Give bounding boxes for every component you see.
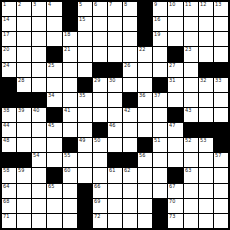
block-cell-r9c13 xyxy=(184,123,198,137)
cell-r4c11[interactable] xyxy=(153,47,167,61)
cell-r12c7[interactable] xyxy=(93,168,107,182)
cell-r4c10[interactable]: 22 xyxy=(138,47,152,61)
cell-r11c15[interactable]: 57 xyxy=(214,153,228,167)
clue-number: 36 xyxy=(139,93,145,98)
clue-number: 26 xyxy=(124,63,130,68)
block-cell-r7c9 xyxy=(123,93,137,107)
cell-r13c12[interactable]: 67 xyxy=(168,184,182,198)
block-cell-r15c6 xyxy=(78,214,92,228)
cell-r4c5[interactable]: 21 xyxy=(63,47,77,61)
cell-r10c13[interactable]: 52 xyxy=(184,138,198,152)
cell-r5c4[interactable]: 25 xyxy=(47,63,61,77)
cell-r11c12[interactable] xyxy=(168,153,182,167)
cell-r14c12[interactable]: 70 xyxy=(168,199,182,213)
cell-r10c2[interactable] xyxy=(17,138,31,152)
clue-number: 50 xyxy=(94,138,100,143)
cell-r7c8[interactable] xyxy=(108,93,122,107)
cell-r9c5[interactable] xyxy=(63,123,77,137)
clue-number: 44 xyxy=(3,123,9,128)
block-cell-r6c11 xyxy=(153,78,167,92)
clue-number: 38 xyxy=(3,108,9,113)
clue-number: 1 xyxy=(3,2,6,7)
cell-r7c15[interactable] xyxy=(214,93,228,107)
clue-number: 54 xyxy=(33,153,39,158)
cell-r14c2[interactable] xyxy=(17,199,31,213)
cell-r11c10[interactable]: 56 xyxy=(138,153,152,167)
cell-r15c14[interactable] xyxy=(199,214,213,228)
clue-number: 4 xyxy=(48,2,51,7)
cell-r11c5[interactable]: 55 xyxy=(63,153,77,167)
cell-r9c1[interactable]: 44 xyxy=(2,123,16,137)
cell-r8c8[interactable] xyxy=(108,108,122,122)
cell-r14c7[interactable]: 69 xyxy=(93,199,107,213)
cell-r4c3[interactable] xyxy=(32,47,46,61)
cell-r10c6[interactable]: 49 xyxy=(78,138,92,152)
cell-r3c13[interactable] xyxy=(184,32,198,46)
block-cell-r14c6 xyxy=(78,199,92,213)
block-cell-r11c9 xyxy=(123,153,137,167)
cell-r15c7[interactable]: 72 xyxy=(93,214,107,228)
clue-number: 68 xyxy=(3,199,9,204)
cell-r5c9[interactable]: 26 xyxy=(123,63,137,77)
cell-r2c7[interactable] xyxy=(93,17,107,31)
block-cell-r10c5 xyxy=(63,138,77,152)
clue-number: 10 xyxy=(169,2,175,7)
clue-number: 37 xyxy=(154,93,160,98)
cell-r15c3[interactable] xyxy=(32,214,46,228)
clue-number: 30 xyxy=(109,78,115,83)
cell-r8c13[interactable]: 43 xyxy=(184,108,198,122)
clue-number: 49 xyxy=(79,138,85,143)
cell-r6c10[interactable] xyxy=(138,78,152,92)
cell-r2c3[interactable] xyxy=(32,17,46,31)
clue-number: 29 xyxy=(94,78,100,83)
cell-r15c5[interactable] xyxy=(63,214,77,228)
clue-number: 17 xyxy=(3,32,9,37)
cell-r1c8[interactable]: 7 xyxy=(108,2,122,16)
cell-r9c11[interactable] xyxy=(153,123,167,137)
cell-r14c5[interactable] xyxy=(63,199,77,213)
cell-r7c10[interactable]: 36 xyxy=(138,93,152,107)
cell-r2c15[interactable] xyxy=(214,17,228,31)
cell-r14c8[interactable] xyxy=(108,199,122,213)
clue-number: 12 xyxy=(200,2,206,7)
cell-r10c7[interactable]: 50 xyxy=(93,138,107,152)
cell-r12c15[interactable] xyxy=(214,168,228,182)
block-cell-r4c4 xyxy=(47,47,61,61)
cell-r13c9[interactable] xyxy=(123,184,137,198)
cell-r5c11[interactable] xyxy=(153,63,167,77)
block-cell-r5c15 xyxy=(214,63,228,77)
clue-number: 55 xyxy=(64,153,70,158)
cell-r7c14[interactable] xyxy=(199,93,213,107)
clue-number: 41 xyxy=(64,108,70,113)
cell-r12c5[interactable]: 60 xyxy=(63,168,77,182)
cell-r7c6[interactable]: 35 xyxy=(78,93,92,107)
cell-r2c12[interactable] xyxy=(168,17,182,31)
block-cell-r1c5 xyxy=(63,2,77,16)
clue-number: 52 xyxy=(185,138,191,143)
cell-r6c3[interactable] xyxy=(32,78,46,92)
clue-number: 28 xyxy=(18,78,24,83)
cell-r1c7[interactable]: 6 xyxy=(93,2,107,16)
cell-r8c1[interactable]: 38 xyxy=(2,108,16,122)
cell-r3c14[interactable] xyxy=(199,32,213,46)
cell-r4c2[interactable] xyxy=(17,47,31,61)
cell-r6c2[interactable]: 28 xyxy=(17,78,31,92)
block-cell-r8c4 xyxy=(47,108,61,122)
cell-r4c15[interactable] xyxy=(214,47,228,61)
clue-number: 65 xyxy=(48,184,54,189)
cell-r8c5[interactable]: 41 xyxy=(63,108,77,122)
cell-r3c1[interactable]: 17 xyxy=(2,32,16,46)
cell-r14c15[interactable] xyxy=(214,199,228,213)
cell-r12c11[interactable] xyxy=(153,168,167,182)
cell-r15c15[interactable] xyxy=(214,214,228,228)
clue-number: 63 xyxy=(185,168,191,173)
clue-number: 62 xyxy=(124,168,130,173)
block-cell-r9c7 xyxy=(93,123,107,137)
cell-r15c10[interactable] xyxy=(138,214,152,228)
cell-r7c13[interactable] xyxy=(184,93,198,107)
clue-number: 13 xyxy=(215,2,221,7)
cell-r4c9[interactable] xyxy=(123,47,137,61)
cell-r14c10[interactable] xyxy=(138,199,152,213)
block-cell-r12c12 xyxy=(168,168,182,182)
block-cell-r2c5 xyxy=(63,17,77,31)
cell-r2c1[interactable]: 14 xyxy=(2,17,16,31)
block-cell-r7c3 xyxy=(32,93,46,107)
cell-r13c13[interactable] xyxy=(184,184,198,198)
cell-r8c2[interactable]: 39 xyxy=(17,108,31,122)
cell-r11c4[interactable] xyxy=(47,153,61,167)
clue-number: 47 xyxy=(169,123,175,128)
cell-r1c12[interactable]: 10 xyxy=(168,2,182,16)
clue-number: 43 xyxy=(185,108,191,113)
cell-r14c14[interactable] xyxy=(199,199,213,213)
cell-r8c15[interactable] xyxy=(214,108,228,122)
cell-r11c6[interactable] xyxy=(78,153,92,167)
cell-r15c1[interactable]: 71 xyxy=(2,214,16,228)
clue-number: 70 xyxy=(169,199,175,204)
clue-number: 61 xyxy=(109,168,115,173)
cell-r2c13[interactable] xyxy=(184,17,198,31)
cell-r14c1[interactable]: 68 xyxy=(2,199,16,213)
cell-r9c12[interactable]: 47 xyxy=(168,123,182,137)
cell-r10c14[interactable]: 53 xyxy=(199,138,213,152)
block-cell-r6c1 xyxy=(2,78,16,92)
cell-r1c15[interactable]: 13 xyxy=(214,2,228,16)
clue-number: 7 xyxy=(109,2,112,7)
clue-number: 59 xyxy=(18,168,24,173)
clue-number: 64 xyxy=(3,184,9,189)
block-cell-r6c6 xyxy=(78,78,92,92)
cell-r8c6[interactable] xyxy=(78,108,92,122)
cell-r5c1[interactable]: 24 xyxy=(2,63,16,77)
cell-r8c14[interactable] xyxy=(199,108,213,122)
cell-r10c12[interactable] xyxy=(168,138,182,152)
cell-r5c12[interactable]: 27 xyxy=(168,63,182,77)
clue-number: 67 xyxy=(169,184,175,189)
cell-r13c7[interactable]: 66 xyxy=(93,184,107,198)
cell-r5c5[interactable] xyxy=(63,63,77,77)
block-cell-r9c15 xyxy=(214,123,228,137)
cell-r14c9[interactable] xyxy=(123,199,137,213)
clue-number: 20 xyxy=(3,47,9,52)
clue-number: 19 xyxy=(154,32,160,37)
cell-r15c8[interactable] xyxy=(108,214,122,228)
crossword-grid: 1234567891011121314151617181920212223242… xyxy=(0,0,230,230)
clue-number: 40 xyxy=(33,108,39,113)
clue-number: 31 xyxy=(169,78,175,83)
cell-r7c7[interactable] xyxy=(93,93,107,107)
clue-number: 42 xyxy=(124,108,130,113)
cell-r9c3[interactable] xyxy=(32,123,46,137)
block-cell-r14c11 xyxy=(153,199,167,213)
cell-r13c14[interactable] xyxy=(199,184,213,198)
cell-r4c7[interactable] xyxy=(93,47,107,61)
clue-number: 35 xyxy=(79,93,85,98)
cell-r6c13[interactable] xyxy=(184,78,198,92)
cell-r11c14[interactable] xyxy=(199,153,213,167)
cell-r12c9[interactable]: 62 xyxy=(123,168,137,182)
cell-r6c4[interactable] xyxy=(47,78,61,92)
clue-number: 2 xyxy=(18,2,21,7)
cell-r13c10[interactable] xyxy=(138,184,152,198)
clue-number: 60 xyxy=(64,168,70,173)
cell-r6c8[interactable]: 30 xyxy=(108,78,122,92)
cell-r1c11[interactable]: 9 xyxy=(153,2,167,16)
clue-number: 48 xyxy=(3,138,9,143)
cell-r6c15[interactable]: 33 xyxy=(214,78,228,92)
cell-r12c2[interactable]: 59 xyxy=(17,168,31,182)
block-cell-r8c12 xyxy=(168,108,182,122)
cell-r4c1[interactable]: 20 xyxy=(2,47,16,61)
block-cell-r11c1 xyxy=(2,153,16,167)
cell-r11c11[interactable] xyxy=(153,153,167,167)
clue-number: 15 xyxy=(79,17,85,22)
block-cell-r10c15 xyxy=(214,138,228,152)
block-cell-r5c7 xyxy=(93,63,107,77)
clue-number: 73 xyxy=(169,214,175,219)
cell-r14c3[interactable] xyxy=(32,199,46,213)
cell-r4c6[interactable] xyxy=(78,47,92,61)
cell-r6c14[interactable]: 32 xyxy=(199,78,213,92)
clue-number: 34 xyxy=(48,93,54,98)
clue-number: 18 xyxy=(64,32,70,37)
cell-r2c9[interactable] xyxy=(123,17,137,31)
block-cell-r7c1 xyxy=(2,93,16,107)
clue-number: 22 xyxy=(139,47,145,52)
block-cell-r15c11 xyxy=(153,214,167,228)
cell-r11c3[interactable]: 54 xyxy=(32,153,46,167)
cell-r10c4[interactable] xyxy=(47,138,61,152)
block-cell-r5c14 xyxy=(199,63,213,77)
cell-r12c10[interactable] xyxy=(138,168,152,182)
cell-r7c5[interactable] xyxy=(63,93,77,107)
clue-number: 27 xyxy=(169,63,175,68)
cell-r13c2[interactable] xyxy=(17,184,31,198)
cell-r3c7[interactable] xyxy=(93,32,107,46)
cell-r1c3[interactable]: 3 xyxy=(32,2,46,16)
cell-r2c4[interactable] xyxy=(47,17,61,31)
block-cell-r11c8 xyxy=(108,153,122,167)
clue-number: 39 xyxy=(18,108,24,113)
cell-r7c12[interactable] xyxy=(168,93,182,107)
clue-number: 53 xyxy=(200,138,206,143)
clue-number: 46 xyxy=(109,123,115,128)
clue-number: 56 xyxy=(139,153,145,158)
cell-r3c8[interactable] xyxy=(108,32,122,46)
cell-r7c11[interactable]: 37 xyxy=(153,93,167,107)
block-cell-r7c2 xyxy=(17,93,31,107)
cell-r6c7[interactable]: 29 xyxy=(93,78,107,92)
cell-r1c14[interactable]: 12 xyxy=(199,2,213,16)
cell-r3c6[interactable] xyxy=(78,32,92,46)
cell-r12c1[interactable]: 58 xyxy=(2,168,16,182)
cell-r9c4[interactable]: 45 xyxy=(47,123,61,137)
cell-r2c14[interactable] xyxy=(199,17,213,31)
cell-r6c9[interactable] xyxy=(123,78,137,92)
clue-number: 6 xyxy=(94,2,97,7)
cell-r10c8[interactable] xyxy=(108,138,122,152)
cell-r13c1[interactable]: 64 xyxy=(2,184,16,198)
cell-r6c5[interactable] xyxy=(63,78,77,92)
clue-number: 72 xyxy=(94,214,100,219)
clue-number: 21 xyxy=(64,47,70,52)
clue-number: 66 xyxy=(94,184,100,189)
cell-r1c13[interactable]: 11 xyxy=(184,2,198,16)
clue-number: 71 xyxy=(3,214,9,219)
block-cell-r4c12 xyxy=(168,47,182,61)
cell-r5c2[interactable] xyxy=(17,63,31,77)
clue-number: 14 xyxy=(3,17,9,22)
cell-r12c13[interactable]: 63 xyxy=(184,168,198,182)
cell-r6c12[interactable]: 31 xyxy=(168,78,182,92)
cell-r8c10[interactable] xyxy=(138,108,152,122)
cell-r1c4[interactable]: 4 xyxy=(47,2,61,16)
block-cell-r12c4 xyxy=(47,168,61,182)
clue-number: 5 xyxy=(79,2,82,7)
cell-r3c5[interactable]: 18 xyxy=(63,32,77,46)
cell-r10c9[interactable] xyxy=(123,138,137,152)
clue-number: 8 xyxy=(124,2,127,7)
cell-r3c11[interactable]: 19 xyxy=(153,32,167,46)
cell-r9c2[interactable] xyxy=(17,123,31,137)
clue-number: 9 xyxy=(154,2,157,7)
cell-r1c2[interactable]: 2 xyxy=(17,2,31,16)
cell-r5c3[interactable] xyxy=(32,63,46,77)
cell-r13c15[interactable] xyxy=(214,184,228,198)
cell-r15c12[interactable]: 73 xyxy=(168,214,182,228)
clue-number: 24 xyxy=(3,63,9,68)
clue-number: 16 xyxy=(154,17,160,22)
cell-r13c11[interactable] xyxy=(153,184,167,198)
cell-r4c8[interactable] xyxy=(108,47,122,61)
cell-r3c15[interactable] xyxy=(214,32,228,46)
cell-r2c2[interactable] xyxy=(17,17,31,31)
cell-r14c13[interactable] xyxy=(184,199,198,213)
cell-r12c6[interactable] xyxy=(78,168,92,182)
cell-r10c3[interactable] xyxy=(32,138,46,152)
clue-number: 58 xyxy=(3,168,9,173)
cell-r11c13[interactable] xyxy=(184,153,198,167)
cell-r8c9[interactable]: 42 xyxy=(123,108,137,122)
cell-r3c3[interactable] xyxy=(32,32,46,46)
cell-r13c8[interactable] xyxy=(108,184,122,198)
cell-r9c9[interactable] xyxy=(123,123,137,137)
block-cell-r10c10 xyxy=(138,138,152,152)
cell-r8c11[interactable] xyxy=(153,108,167,122)
clue-number: 32 xyxy=(200,78,206,83)
clue-number: 57 xyxy=(215,153,221,158)
cell-r11c7[interactable] xyxy=(93,153,107,167)
clue-number: 3 xyxy=(33,2,36,7)
clue-number: 69 xyxy=(94,199,100,204)
cell-r5c10[interactable] xyxy=(138,63,152,77)
cell-r8c7[interactable] xyxy=(93,108,107,122)
cell-r10c1[interactable]: 48 xyxy=(2,138,16,152)
clue-number: 51 xyxy=(154,138,160,143)
cell-r12c14[interactable] xyxy=(199,168,213,182)
cell-r7c4[interactable]: 34 xyxy=(47,93,61,107)
block-cell-r13c6 xyxy=(78,184,92,198)
cell-r2c11[interactable]: 16 xyxy=(153,17,167,31)
cell-r15c4[interactable] xyxy=(47,214,61,228)
cell-r14c4[interactable] xyxy=(47,199,61,213)
block-cell-r2c10 xyxy=(138,17,152,31)
clue-number: 33 xyxy=(215,78,221,83)
cell-r13c5[interactable] xyxy=(63,184,77,198)
cell-r12c3[interactable] xyxy=(32,168,46,182)
cell-r5c13[interactable] xyxy=(184,63,198,77)
clue-number: 45 xyxy=(48,123,54,128)
cell-r9c10[interactable] xyxy=(138,123,152,137)
cell-r3c12[interactable] xyxy=(168,32,182,46)
clue-number: 11 xyxy=(185,2,191,7)
cell-r1c9[interactable]: 8 xyxy=(123,2,137,16)
cell-r3c2[interactable] xyxy=(17,32,31,46)
cell-r15c13[interactable] xyxy=(184,214,198,228)
cell-r8c3[interactable]: 40 xyxy=(32,108,46,122)
cell-r2c6[interactable]: 15 xyxy=(78,17,92,31)
cell-r4c14[interactable] xyxy=(199,47,213,61)
cell-r2c8[interactable] xyxy=(108,17,122,31)
cell-r9c8[interactable]: 46 xyxy=(108,123,122,137)
cell-r10c11[interactable]: 51 xyxy=(153,138,167,152)
cell-r5c6[interactable] xyxy=(78,63,92,77)
cell-r9c6[interactable] xyxy=(78,123,92,137)
block-cell-r11c2 xyxy=(17,153,31,167)
cell-r1c6[interactable]: 5 xyxy=(78,2,92,16)
block-cell-r1c10 xyxy=(138,2,152,16)
cell-r15c2[interactable] xyxy=(17,214,31,228)
cell-r12c8[interactable]: 61 xyxy=(108,168,122,182)
block-cell-r9c14 xyxy=(199,123,213,137)
clue-number: 25 xyxy=(48,63,54,68)
cell-r1c1[interactable]: 1 xyxy=(2,2,16,16)
block-cell-r5c8 xyxy=(108,63,122,77)
block-cell-r3c10 xyxy=(138,32,152,46)
cell-r3c4[interactable] xyxy=(47,32,61,46)
cell-r3c9[interactable] xyxy=(123,32,137,46)
cell-r13c3[interactable] xyxy=(32,184,46,198)
cell-r13c4[interactable]: 65 xyxy=(47,184,61,198)
cell-r4c13[interactable]: 23 xyxy=(184,47,198,61)
clue-number: 23 xyxy=(185,47,191,52)
cell-r15c9[interactable] xyxy=(123,214,137,228)
